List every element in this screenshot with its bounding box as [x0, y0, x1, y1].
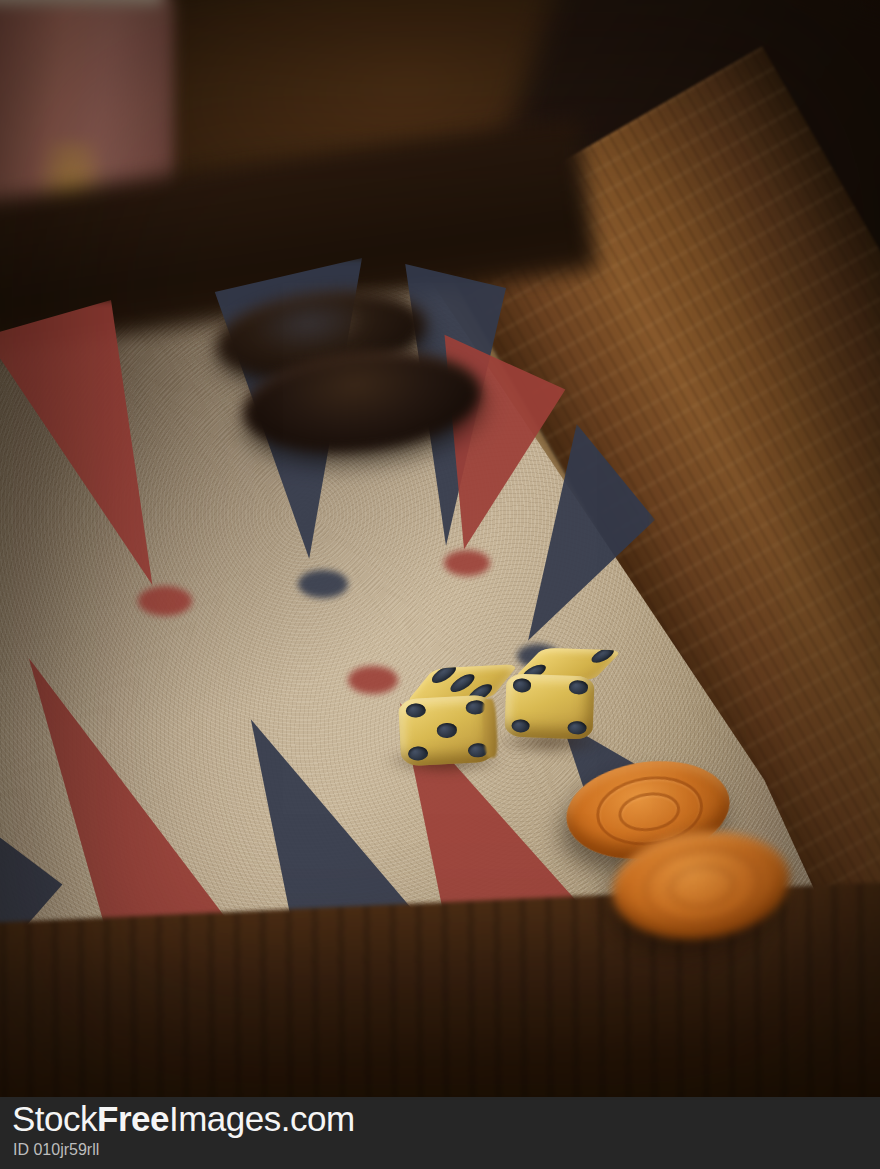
photo-scene: StockFreeImages.com ID 010jr59rll — [0, 0, 880, 1169]
dice-cup-rim — [0, 0, 163, 6]
far-point-2-tip-dot — [298, 570, 348, 598]
watermark-stock: Stock — [12, 1099, 97, 1138]
far-point-4-tip-dot — [444, 550, 490, 576]
die-right-front-face — [504, 673, 594, 739]
die-left-front-face — [398, 694, 495, 766]
watermark-images: Images.com — [169, 1099, 355, 1138]
watermark-site-text: StockFreeImages.com — [12, 1099, 355, 1139]
die-right — [504, 646, 595, 739]
die-left — [397, 666, 496, 767]
watermark-bar: StockFreeImages.com ID 010jr59rll — [0, 1097, 880, 1169]
far-point-1-tip-dot — [138, 586, 192, 616]
near-point-4-tip-dot — [348, 666, 398, 694]
watermark-id-text: ID 010jr59rll — [13, 1141, 99, 1159]
watermark-free: Free — [97, 1099, 169, 1138]
